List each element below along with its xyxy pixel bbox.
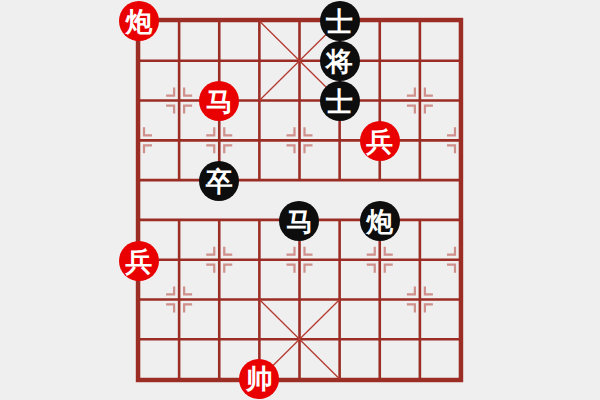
piece-black-soldier[interactable]: 卒 bbox=[199, 161, 239, 201]
piece-red-soldier[interactable]: 兵 bbox=[360, 121, 400, 161]
piece-black-cannon[interactable]: 炮 bbox=[360, 201, 400, 241]
xiangqi-board[interactable]: 炮士将马士兵卒马炮兵帅 bbox=[0, 0, 600, 400]
piece-black-general[interactable]: 将 bbox=[320, 41, 360, 81]
piece-red-horse[interactable]: 马 bbox=[199, 81, 239, 121]
piece-black-advisor[interactable]: 士 bbox=[320, 81, 360, 121]
piece-black-advisor[interactable]: 士 bbox=[320, 1, 360, 41]
piece-red-cannon[interactable]: 炮 bbox=[119, 1, 159, 41]
piece-red-soldier[interactable]: 兵 bbox=[119, 241, 159, 281]
piece-red-general[interactable]: 帅 bbox=[239, 359, 279, 399]
board-grid[interactable]: 炮士将马士兵卒马炮兵帅 bbox=[119, 1, 480, 399]
piece-black-horse[interactable]: 马 bbox=[279, 201, 319, 241]
